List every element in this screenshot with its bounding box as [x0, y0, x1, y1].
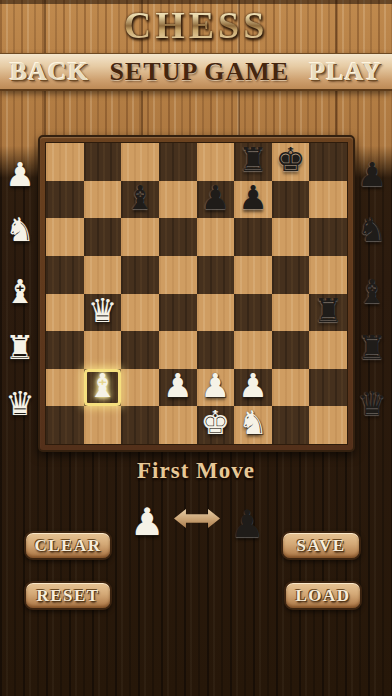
square-h3[interactable] [309, 331, 347, 369]
square-c7[interactable]: ♝ [121, 181, 159, 219]
white-pawn: ♟ [234, 366, 272, 404]
square-b8[interactable] [84, 143, 122, 181]
white-queen: ♛ [84, 291, 122, 329]
square-e7[interactable]: ♟ [197, 181, 235, 219]
palette-white-pawn[interactable]: ♟ [0, 153, 40, 197]
square-g3[interactable] [272, 331, 310, 369]
black-rook: ♜ [309, 291, 347, 329]
square-b4[interactable]: ♛ [84, 294, 122, 332]
nav-bar: BACK SETUP GAME PLAY [0, 53, 392, 91]
palette-white-knight[interactable]: ♞ [0, 208, 40, 252]
palette-white-rook[interactable]: ♜ [0, 326, 40, 370]
square-a5[interactable] [46, 256, 84, 294]
square-c8[interactable] [121, 143, 159, 181]
white-king: ♚ [197, 403, 235, 441]
square-a1[interactable] [46, 406, 84, 444]
black-pawn: ♟ [197, 178, 235, 216]
black-rook: ♜ [234, 140, 272, 178]
clear-button[interactable]: CLEAR [24, 531, 112, 560]
square-f1[interactable]: ♞ [234, 406, 272, 444]
square-b7[interactable] [84, 181, 122, 219]
square-e4[interactable] [197, 294, 235, 332]
square-a6[interactable] [46, 218, 84, 256]
square-h5[interactable] [309, 256, 347, 294]
square-b6[interactable] [84, 218, 122, 256]
square-g4[interactable] [272, 294, 310, 332]
square-c3[interactable] [121, 331, 159, 369]
square-h4[interactable]: ♜ [309, 294, 347, 332]
palette-black-knight[interactable]: ♞ [352, 208, 392, 252]
square-f2[interactable]: ♟ [234, 369, 272, 407]
square-f4[interactable] [234, 294, 272, 332]
reset-button[interactable]: RESET [24, 581, 112, 610]
white-pawn: ♟ [197, 366, 235, 404]
square-h8[interactable] [309, 143, 347, 181]
square-g2[interactable] [272, 369, 310, 407]
swap-arrow-icon[interactable] [174, 509, 220, 528]
square-b2[interactable]: ♝ [84, 369, 122, 407]
square-e2[interactable]: ♟ [197, 369, 235, 407]
palette-white-queen[interactable]: ♛ [0, 382, 40, 426]
palette-black-bishop[interactable]: ♝ [352, 270, 392, 314]
square-h7[interactable] [309, 181, 347, 219]
tab-setup-game[interactable]: SETUP GAME [109, 57, 289, 87]
square-g1[interactable] [272, 406, 310, 444]
square-e5[interactable] [197, 256, 235, 294]
square-d4[interactable] [159, 294, 197, 332]
square-c4[interactable] [121, 294, 159, 332]
square-f5[interactable] [234, 256, 272, 294]
square-f6[interactable] [234, 218, 272, 256]
square-d6[interactable] [159, 218, 197, 256]
first-move-white-pawn[interactable]: ♟ [125, 498, 169, 546]
square-d3[interactable] [159, 331, 197, 369]
square-h1[interactable] [309, 406, 347, 444]
black-bishop: ♝ [121, 178, 159, 216]
square-g5[interactable] [272, 256, 310, 294]
square-d7[interactable] [159, 181, 197, 219]
square-g6[interactable] [272, 218, 310, 256]
square-g8[interactable]: ♚ [272, 143, 310, 181]
square-c5[interactable] [121, 256, 159, 294]
square-h6[interactable] [309, 218, 347, 256]
first-move-label: First Move [0, 458, 392, 484]
square-a7[interactable] [46, 181, 84, 219]
square-d1[interactable] [159, 406, 197, 444]
square-e8[interactable] [197, 143, 235, 181]
first-move-black-pawn[interactable]: ♟ [225, 500, 269, 548]
palette-white-bishop[interactable]: ♝ [0, 270, 40, 314]
save-button[interactable]: SAVE [281, 531, 361, 560]
square-f3[interactable] [234, 331, 272, 369]
square-a2[interactable] [46, 369, 84, 407]
square-e3[interactable] [197, 331, 235, 369]
square-b1[interactable] [84, 406, 122, 444]
square-e1[interactable]: ♚ [197, 406, 235, 444]
square-f8[interactable]: ♜ [234, 143, 272, 181]
palette-black-queen[interactable]: ♛ [352, 382, 392, 426]
square-b3[interactable] [84, 331, 122, 369]
square-b5[interactable] [84, 256, 122, 294]
white-knight: ♞ [234, 403, 272, 441]
square-a3[interactable] [46, 331, 84, 369]
palette-black-rook[interactable]: ♜ [352, 326, 392, 370]
board-frame: ♜♚♝♟♟♛♜♝♟♟♟♚♞ [38, 135, 355, 452]
square-a4[interactable] [46, 294, 84, 332]
white-bishop: ♝ [84, 366, 122, 404]
black-pawn: ♟ [234, 178, 272, 216]
square-d5[interactable] [159, 256, 197, 294]
square-a8[interactable] [46, 143, 84, 181]
square-g7[interactable] [272, 181, 310, 219]
palette-black-pawn[interactable]: ♟ [352, 153, 392, 197]
square-c6[interactable] [121, 218, 159, 256]
square-e6[interactable] [197, 218, 235, 256]
square-d8[interactable] [159, 143, 197, 181]
chess-board: ♜♚♝♟♟♛♜♝♟♟♟♚♞ [45, 142, 348, 445]
square-d2[interactable]: ♟ [159, 369, 197, 407]
white-pawn: ♟ [159, 366, 197, 404]
app-title: CHESS [0, 3, 392, 47]
square-c2[interactable] [121, 369, 159, 407]
square-c1[interactable] [121, 406, 159, 444]
square-h2[interactable] [309, 369, 347, 407]
square-f7[interactable]: ♟ [234, 181, 272, 219]
load-button[interactable]: LOAD [284, 581, 362, 610]
black-king: ♚ [272, 140, 310, 178]
